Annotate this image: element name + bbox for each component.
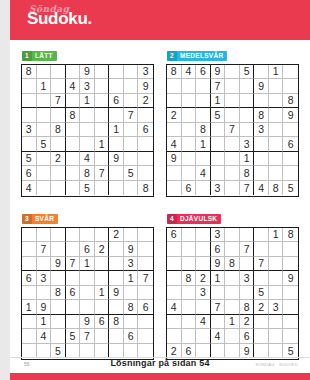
cell-r2c3: [51, 242, 66, 257]
cell-r6c8: [269, 137, 284, 152]
cell-r6c9: 6: [283, 137, 298, 152]
cell-r1c6: [95, 228, 110, 243]
cell-r7c8: [269, 315, 284, 330]
cell-r8c2: 4: [37, 329, 52, 344]
cell-r7c2: [37, 152, 52, 167]
cell-r4c7: [254, 271, 269, 286]
cell-r4c9: 7: [138, 271, 153, 286]
cell-r3c9: [283, 257, 298, 272]
cell-r7c7: 9: [109, 152, 124, 167]
cell-r1c4: [66, 65, 81, 80]
cell-r9c1: [167, 181, 182, 196]
cell-r1c1: 6: [167, 228, 182, 243]
masthead: Söndag Sudoku.: [10, 0, 310, 40]
cell-r6c1: 1: [22, 300, 37, 315]
cell-r8c8: 5: [124, 166, 139, 181]
cell-r3c5: 1: [80, 94, 95, 109]
cell-r6c7: [109, 137, 124, 152]
cell-r7c1: [22, 315, 37, 330]
cell-r4c8: 7: [124, 108, 139, 123]
cell-r1c4: [66, 228, 81, 243]
cell-r2c8: [269, 242, 284, 257]
cell-r6c2: [182, 137, 197, 152]
cell-r2c1: [22, 79, 37, 94]
cell-r2c4: 4: [66, 79, 81, 94]
puzzle-2-board: 8469517918258987341369148637485: [166, 64, 299, 197]
cell-r7c3: 2: [51, 152, 66, 167]
puzzle-1-badge: 1 LÄTT: [22, 51, 57, 61]
cell-r8c3: [51, 166, 66, 181]
cell-r8c1: 6: [22, 166, 37, 181]
cell-r7c7: [254, 315, 269, 330]
cell-r2c7: 9: [254, 79, 269, 94]
cell-r2c3: [196, 79, 211, 94]
cell-r1c5: [225, 228, 240, 243]
cell-r5c7: 3: [254, 123, 269, 138]
cell-r5c2: [182, 123, 197, 138]
cell-r5c7: 5: [254, 286, 269, 301]
cell-r1c6: [95, 65, 110, 80]
cell-r4c6: [95, 271, 110, 286]
puzzle-1-board: 893143971628738165152496875458: [21, 64, 154, 197]
cell-r1c8: 1: [269, 228, 284, 243]
cell-r5c1: 3: [22, 123, 37, 138]
cell-r1c6: 5: [240, 65, 255, 80]
cell-r1c5: 9: [80, 65, 95, 80]
cell-r4c8: [269, 108, 284, 123]
cell-r1c1: [22, 228, 37, 243]
cell-r4c3: [51, 271, 66, 286]
cell-r1c3: 6: [196, 65, 211, 80]
cell-r4c7: [109, 108, 124, 123]
cell-r3c4: 7: [66, 257, 81, 272]
cell-r2c4: 7: [211, 79, 226, 94]
cell-r5c4: [66, 123, 81, 138]
cell-r6c5: [225, 137, 240, 152]
cell-r1c9: [283, 65, 298, 80]
cell-r7c8: [124, 152, 139, 167]
cell-r6c8: 8: [124, 300, 139, 315]
cell-r1c2: [182, 228, 197, 243]
cell-r3c4: [66, 94, 81, 109]
footer-credit: SÖNDAG · SUDOKU: [255, 362, 298, 367]
cell-r2c6: [95, 79, 110, 94]
cell-r6c5: [80, 300, 95, 315]
cell-r4c1: 6: [22, 271, 37, 286]
cell-r5c8: [269, 286, 284, 301]
cell-r4c1: [22, 108, 37, 123]
cell-r7c5: 1: [225, 315, 240, 330]
cell-r5c2: [37, 123, 52, 138]
cell-r3c8: [124, 94, 139, 109]
cell-r2c3: [196, 242, 211, 257]
cell-r5c2: [182, 286, 197, 301]
cell-r4c2: [37, 108, 52, 123]
cell-r1c6: [240, 228, 255, 243]
cell-r9c4: 3: [211, 181, 226, 196]
cell-r7c9: [138, 152, 153, 167]
cell-r1c7: [109, 65, 124, 80]
cell-r4c5: [225, 271, 240, 286]
cell-r4c4: 5: [211, 108, 226, 123]
cell-r8c6: 7: [95, 166, 110, 181]
cell-r8c7: [109, 166, 124, 181]
cell-r5c8: [269, 123, 284, 138]
cell-r9c7: 4: [254, 181, 269, 196]
cell-r1c4: 3: [211, 228, 226, 243]
cell-r4c6: [95, 108, 110, 123]
puzzle-2-number: 2: [167, 51, 177, 61]
cell-r4c1: 2: [167, 108, 182, 123]
cell-r5c4: [211, 123, 226, 138]
cell-r8c5: [225, 166, 240, 181]
cell-r4c4: 8: [66, 108, 81, 123]
cell-r9c1: 4: [22, 181, 37, 196]
cell-r3c7: [109, 257, 124, 272]
cell-r3c8: [269, 257, 284, 272]
cell-r1c3: [51, 65, 66, 80]
cell-r7c9: [283, 315, 298, 330]
cell-r2c1: [167, 242, 182, 257]
cell-r4c8: 1: [124, 271, 139, 286]
cell-r3c9: 8: [283, 94, 298, 109]
puzzle-1-number: 1: [22, 51, 32, 61]
cell-r6c4: [66, 137, 81, 152]
cell-r3c2: [37, 257, 52, 272]
cell-r3c6: [240, 257, 255, 272]
cell-r7c3: [51, 315, 66, 330]
puzzle-3-number: 3: [22, 214, 32, 224]
cell-r7c3: [196, 152, 211, 167]
cell-r5c9: [138, 286, 153, 301]
cell-r6c9: [283, 300, 298, 315]
cell-r4c3: 2: [196, 271, 211, 286]
cell-r8c9: [283, 329, 298, 344]
cell-r8c7: [254, 166, 269, 181]
cell-r3c8: 3: [124, 257, 139, 272]
cell-r7c8: [124, 315, 139, 330]
cell-r8c8: [269, 166, 284, 181]
cell-r8c6: 6: [240, 329, 255, 344]
cell-r1c9: 3: [138, 65, 153, 80]
cell-r8c4: [66, 166, 81, 181]
cell-r3c1: [167, 257, 182, 272]
puzzle-4-board: 631867987821393547823412462695: [166, 227, 299, 360]
cell-r3c3: [196, 94, 211, 109]
cell-r1c8: [124, 65, 139, 80]
cell-r3c6: [95, 94, 110, 109]
cell-r9c9: 8: [138, 181, 153, 196]
cell-r6c7: [109, 300, 124, 315]
cell-r1c9: [138, 228, 153, 243]
cell-r9c5: [225, 181, 240, 196]
cell-r4c5: [80, 108, 95, 123]
cell-r2c2: 7: [37, 242, 52, 257]
cell-r1c4: 9: [211, 65, 226, 80]
cell-r6c6: 3: [240, 137, 255, 152]
cell-r7c5: 9: [80, 315, 95, 330]
cell-r8c9: [138, 166, 153, 181]
cell-r7c6: 6: [95, 315, 110, 330]
cell-r1c3: [51, 228, 66, 243]
cell-r1c8: 1: [269, 65, 284, 80]
cell-r5c9: [283, 123, 298, 138]
cell-r5c7: 9: [109, 286, 124, 301]
cell-r3c7: 7: [254, 257, 269, 272]
cell-r9c6: 7: [240, 181, 255, 196]
cell-r4c7: 8: [254, 108, 269, 123]
cell-r6c4: [66, 300, 81, 315]
puzzle-2-difficulty-label: MEDELSVÅR: [177, 52, 228, 59]
logo: Söndag Sudoku.: [27, 4, 92, 29]
cell-r3c2: [182, 257, 197, 272]
cell-r3c6: [240, 94, 255, 109]
cell-r8c4: [211, 166, 226, 181]
cell-r1c3: [196, 228, 211, 243]
puzzle-4-badge: 4 DJÄVULSK: [167, 214, 221, 224]
cell-r7c4: [211, 152, 226, 167]
cell-r6c1: 4: [167, 137, 182, 152]
cell-r9c3: [196, 181, 211, 196]
cell-r4c5: [225, 108, 240, 123]
cell-r5c6: 1: [95, 286, 110, 301]
cell-r9c8: [124, 181, 139, 196]
cell-r2c1: [22, 242, 37, 257]
cell-r6c2: [182, 300, 197, 315]
cell-r5c5: 7: [225, 123, 240, 138]
cell-r3c9: [138, 257, 153, 272]
cell-r6c3: 1: [196, 137, 211, 152]
cell-r8c5: 7: [80, 329, 95, 344]
cell-r3c5: [225, 94, 240, 109]
cell-r3c2: [37, 94, 52, 109]
cell-r7c6: 1: [240, 152, 255, 167]
sudoku-page: Söndag Sudoku. 1 LÄTT 893143971628738165…: [10, 0, 310, 380]
cell-r5c3: 3: [196, 286, 211, 301]
cell-r1c9: 8: [283, 228, 298, 243]
cell-r5c6: [240, 286, 255, 301]
cell-r2c9: [283, 79, 298, 94]
cell-r4c2: [182, 108, 197, 123]
cell-r2c3: [51, 79, 66, 94]
cell-r2c4: 6: [211, 242, 226, 257]
cell-r5c6: [240, 123, 255, 138]
cell-r6c9: [138, 137, 153, 152]
cell-r7c2: [182, 315, 197, 330]
cell-r2c7: [109, 242, 124, 257]
cell-r7c4: [66, 315, 81, 330]
cell-r2c6: 7: [240, 242, 255, 257]
cell-r4c6: 3: [240, 271, 255, 286]
cell-r7c9: [138, 315, 153, 330]
cell-r7c1: [167, 315, 182, 330]
cell-r9c8: 8: [269, 181, 284, 196]
cell-r8c6: 8: [240, 166, 255, 181]
cell-r9c5: 5: [80, 181, 95, 196]
cell-r5c9: 6: [138, 123, 153, 138]
cell-r6c1: [22, 137, 37, 152]
cell-r6c6: 1: [95, 137, 110, 152]
cell-r6c7: 2: [254, 300, 269, 315]
cell-r8c2: [182, 166, 197, 181]
cell-r7c1: 9: [167, 152, 182, 167]
cell-r5c5: [80, 286, 95, 301]
cell-r1c1: 8: [167, 65, 182, 80]
cell-r1c2: [37, 228, 52, 243]
cell-r2c7: [254, 242, 269, 257]
cell-r2c1: [167, 79, 182, 94]
cell-r6c3: [51, 300, 66, 315]
cell-r2c8: [269, 79, 284, 94]
puzzle-4-djavulsk: 4 DJÄVULSK 63186798782139354782341246269…: [166, 207, 299, 360]
cell-r7c5: [225, 152, 240, 167]
cell-r3c1: [167, 94, 182, 109]
cell-r8c7: [254, 329, 269, 344]
cell-r3c6: [95, 257, 110, 272]
bottom-red-bar: [10, 373, 310, 380]
puzzle-2-badge: 2 MEDELSVÅR: [167, 51, 227, 61]
cell-r3c3: 9: [51, 257, 66, 272]
cell-r9c4: [66, 181, 81, 196]
cell-r6c6: [95, 300, 110, 315]
cell-r2c9: [283, 242, 298, 257]
cell-r8c4: 5: [66, 329, 81, 344]
puzzle-3-svar: 3 SVÅR 276299713631786191986196845765: [21, 207, 154, 360]
cell-r7c7: [254, 152, 269, 167]
cell-r8c5: 8: [80, 166, 95, 181]
cell-r9c2: 6: [182, 181, 197, 196]
cell-r9c6: [95, 181, 110, 196]
cell-r6c3: [51, 137, 66, 152]
cell-r5c3: 8: [51, 123, 66, 138]
cell-r2c5: 3: [80, 79, 95, 94]
cell-r6c6: 8: [240, 300, 255, 315]
cell-r3c4: 9: [211, 257, 226, 272]
cell-r8c3: [51, 329, 66, 344]
cell-r3c4: 1: [211, 94, 226, 109]
cell-r4c7: [109, 271, 124, 286]
cell-r3c9: 2: [138, 94, 153, 109]
cell-r5c1: [22, 286, 37, 301]
cell-r6c4: 7: [211, 300, 226, 315]
cell-r5c5: [225, 286, 240, 301]
cell-r4c9: [138, 108, 153, 123]
cell-r4c9: 9: [283, 108, 298, 123]
cell-r9c3: [51, 181, 66, 196]
cell-r1c5: [80, 228, 95, 243]
cell-r7c2: [182, 152, 197, 167]
cell-r5c1: [167, 286, 182, 301]
cell-r5c5: [80, 123, 95, 138]
cell-r3c3: 7: [51, 94, 66, 109]
cell-r7c8: [269, 152, 284, 167]
puzzle-3-board: 276299713631786191986196845765: [21, 227, 154, 360]
cell-r5c8: [124, 123, 139, 138]
cell-r3c3: [196, 257, 211, 272]
cell-r8c9: [283, 166, 298, 181]
cell-r2c2: 1: [37, 79, 52, 94]
cell-r5c7: 1: [109, 123, 124, 138]
cell-r3c5: 8: [225, 257, 240, 272]
cell-r9c2: [37, 181, 52, 196]
cell-r1c5: [225, 65, 240, 80]
cell-r4c5: [80, 271, 95, 286]
cell-r7c6: [95, 152, 110, 167]
cell-r1c1: 8: [22, 65, 37, 80]
puzzle-3-difficulty-label: SVÅR: [32, 215, 58, 222]
cell-r4c4: [66, 271, 81, 286]
cell-r8c8: [269, 329, 284, 344]
cell-r6c5: [225, 300, 240, 315]
cell-r3c2: [182, 94, 197, 109]
cell-r9c9: 5: [283, 181, 298, 196]
cell-r4c4: 1: [211, 271, 226, 286]
cell-r8c2: [182, 329, 197, 344]
cell-r4c3: [51, 108, 66, 123]
cell-r3c7: [254, 94, 269, 109]
cell-r8c4: 4: [211, 329, 226, 344]
puzzle-1-latt: 1 LÄTT 893143971628738165152496875458: [21, 44, 154, 197]
cell-r4c2: 3: [37, 271, 52, 286]
cell-r5c6: [95, 123, 110, 138]
cell-r3c8: [269, 94, 284, 109]
puzzle-1-difficulty-label: LÄTT: [32, 52, 57, 59]
cell-r6c7: [254, 137, 269, 152]
cell-r2c9: [138, 242, 153, 257]
cell-r2c6: 2: [95, 242, 110, 257]
cell-r3c7: 6: [109, 94, 124, 109]
cell-r7c9: [283, 152, 298, 167]
cell-r4c6: [240, 108, 255, 123]
cell-r1c2: 4: [182, 65, 197, 80]
cell-r4c3: [196, 108, 211, 123]
cell-r2c7: [109, 79, 124, 94]
cell-r9c7: [109, 181, 124, 196]
cell-r8c8: 6: [124, 329, 139, 344]
cell-r5c1: [167, 123, 182, 138]
cell-r6c2: 9: [37, 300, 52, 315]
cell-r7c3: 4: [196, 315, 211, 330]
cell-r1c7: [254, 228, 269, 243]
cell-r5c4: [211, 286, 226, 301]
cell-r7c6: 2: [240, 315, 255, 330]
cell-r5c3: 8: [51, 286, 66, 301]
cell-r8c1: [167, 329, 182, 344]
puzzle-3-badge: 3 SVÅR: [22, 214, 58, 224]
puzzle-4-number: 4: [167, 214, 177, 224]
cell-r3c1: [22, 257, 37, 272]
cell-r2c6: [240, 79, 255, 94]
cell-r2c9: 9: [138, 79, 153, 94]
cell-r8c9: [138, 329, 153, 344]
cell-r3c1: [22, 94, 37, 109]
cell-r2c8: [124, 79, 139, 94]
cell-r5c2: [37, 286, 52, 301]
cell-r4c1: [167, 271, 182, 286]
cell-r8c3: [196, 329, 211, 344]
cell-r6c5: [80, 137, 95, 152]
cell-r1c7: [254, 65, 269, 80]
puzzle-2-medelsvar: 2 MEDELSVÅR 8469517918258987341369148637…: [166, 44, 299, 197]
cell-r7c5: 4: [80, 152, 95, 167]
cell-r7c4: [66, 152, 81, 167]
cell-r8c6: [95, 329, 110, 344]
logo-brand-word: Sudoku.: [27, 9, 92, 29]
cell-r2c5: [225, 242, 240, 257]
cell-r2c8: 9: [124, 242, 139, 257]
cell-r1c2: [37, 65, 52, 80]
cell-r6c8: [124, 137, 139, 152]
